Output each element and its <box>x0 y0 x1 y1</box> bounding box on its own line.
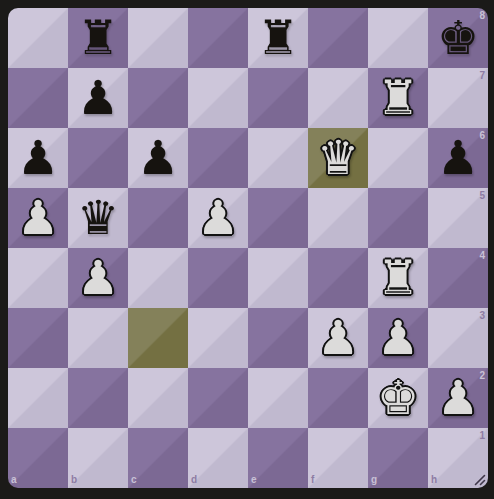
piece-white-rook-g7[interactable]: ♜ <box>377 68 419 128</box>
square-e3[interactable] <box>248 308 308 368</box>
square-f2[interactable] <box>308 368 368 428</box>
rank-label-2: 2 <box>479 371 485 381</box>
rank-label-3: 3 <box>479 311 485 321</box>
square-d1[interactable]: d <box>188 428 248 488</box>
square-a1[interactable]: a <box>8 428 68 488</box>
file-label-d: d <box>191 475 197 485</box>
piece-white-queen-f6[interactable]: ♛ <box>317 128 359 188</box>
square-e1[interactable]: e <box>248 428 308 488</box>
square-f5[interactable] <box>308 188 368 248</box>
piece-black-pawn-b7[interactable]: ♟ <box>77 68 119 128</box>
file-label-c: c <box>131 475 137 485</box>
square-f6[interactable]: ♛ <box>308 128 368 188</box>
square-h1[interactable]: 1h <box>428 428 488 488</box>
square-a2[interactable] <box>8 368 68 428</box>
square-e7[interactable] <box>248 68 308 128</box>
square-h5[interactable]: 5 <box>428 188 488 248</box>
app-background: { "game": "chess", "position": { "fen": … <box>0 0 494 499</box>
square-g4[interactable]: ♜ <box>368 248 428 308</box>
square-b3[interactable] <box>68 308 128 368</box>
rank-label-4: 4 <box>479 251 485 261</box>
square-f7[interactable] <box>308 68 368 128</box>
rank-label-8: 8 <box>479 11 485 21</box>
square-f4[interactable] <box>308 248 368 308</box>
square-a4[interactable] <box>8 248 68 308</box>
square-d3[interactable] <box>188 308 248 368</box>
piece-white-pawn-a5[interactable]: ♟ <box>17 188 59 248</box>
square-c4[interactable] <box>128 248 188 308</box>
square-d8[interactable] <box>188 8 248 68</box>
square-b8[interactable]: ♜ <box>68 8 128 68</box>
piece-black-pawn-h6[interactable]: ♟ <box>437 128 479 188</box>
square-a3[interactable] <box>8 308 68 368</box>
square-e5[interactable] <box>248 188 308 248</box>
piece-black-pawn-c6[interactable]: ♟ <box>137 128 179 188</box>
chess-board: ♜♜♚8♟♜7♟♟♛♟6♟♛♟5♟♜4♟♟3♚♟2abcdefg1h <box>8 8 488 488</box>
square-b5[interactable]: ♛ <box>68 188 128 248</box>
square-h6[interactable]: ♟6 <box>428 128 488 188</box>
square-h2[interactable]: ♟2 <box>428 368 488 428</box>
square-d4[interactable] <box>188 248 248 308</box>
piece-white-rook-g4[interactable]: ♜ <box>377 248 419 308</box>
board-resize-handle-icon[interactable] <box>474 474 486 486</box>
square-e6[interactable] <box>248 128 308 188</box>
rank-label-7: 7 <box>479 71 485 81</box>
square-a5[interactable]: ♟ <box>8 188 68 248</box>
square-f3[interactable]: ♟ <box>308 308 368 368</box>
square-b6[interactable] <box>68 128 128 188</box>
square-b4[interactable]: ♟ <box>68 248 128 308</box>
square-a8[interactable] <box>8 8 68 68</box>
square-d6[interactable] <box>188 128 248 188</box>
file-label-b: b <box>71 475 77 485</box>
rank-label-1: 1 <box>479 431 485 441</box>
square-g2[interactable]: ♚ <box>368 368 428 428</box>
square-b2[interactable] <box>68 368 128 428</box>
square-d7[interactable] <box>188 68 248 128</box>
square-e8[interactable]: ♜ <box>248 8 308 68</box>
file-label-f: f <box>311 475 314 485</box>
piece-black-queen-b5[interactable]: ♛ <box>77 188 119 248</box>
square-g6[interactable] <box>368 128 428 188</box>
square-b7[interactable]: ♟ <box>68 68 128 128</box>
rank-label-5: 5 <box>479 191 485 201</box>
piece-white-king-g2[interactable]: ♚ <box>377 368 419 428</box>
square-a6[interactable]: ♟ <box>8 128 68 188</box>
square-c2[interactable] <box>128 368 188 428</box>
square-g3[interactable]: ♟ <box>368 308 428 368</box>
square-f8[interactable] <box>308 8 368 68</box>
piece-white-pawn-h2[interactable]: ♟ <box>437 368 479 428</box>
square-g1[interactable]: g <box>368 428 428 488</box>
square-e2[interactable] <box>248 368 308 428</box>
piece-black-king-h8[interactable]: ♚ <box>437 8 479 68</box>
piece-black-rook-b8[interactable]: ♜ <box>77 8 119 68</box>
square-c5[interactable] <box>128 188 188 248</box>
square-c3[interactable] <box>128 308 188 368</box>
square-h8[interactable]: ♚8 <box>428 8 488 68</box>
square-h4[interactable]: 4 <box>428 248 488 308</box>
square-f1[interactable]: f <box>308 428 368 488</box>
square-a7[interactable] <box>8 68 68 128</box>
square-c8[interactable] <box>128 8 188 68</box>
square-g5[interactable] <box>368 188 428 248</box>
square-d2[interactable] <box>188 368 248 428</box>
piece-white-pawn-d5[interactable]: ♟ <box>197 188 239 248</box>
piece-black-pawn-a6[interactable]: ♟ <box>17 128 59 188</box>
file-label-g: g <box>371 475 377 485</box>
file-label-e: e <box>251 475 257 485</box>
square-c6[interactable]: ♟ <box>128 128 188 188</box>
piece-white-pawn-f3[interactable]: ♟ <box>317 308 359 368</box>
rank-label-6: 6 <box>479 131 485 141</box>
piece-white-pawn-g3[interactable]: ♟ <box>377 308 419 368</box>
file-label-a: a <box>11 475 17 485</box>
square-g7[interactable]: ♜ <box>368 68 428 128</box>
square-c1[interactable]: c <box>128 428 188 488</box>
square-b1[interactable]: b <box>68 428 128 488</box>
square-e4[interactable] <box>248 248 308 308</box>
piece-black-rook-e8[interactable]: ♜ <box>257 8 299 68</box>
square-h7[interactable]: 7 <box>428 68 488 128</box>
square-g8[interactable] <box>368 8 428 68</box>
square-d5[interactable]: ♟ <box>188 188 248 248</box>
piece-white-pawn-b4[interactable]: ♟ <box>77 248 119 308</box>
file-label-h: h <box>431 475 437 485</box>
square-h3[interactable]: 3 <box>428 308 488 368</box>
square-c7[interactable] <box>128 68 188 128</box>
